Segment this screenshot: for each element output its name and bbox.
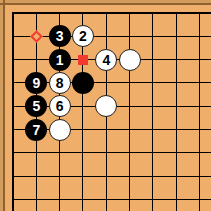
- red-diamond-marker-icon: [30, 30, 43, 43]
- intersection: [71, 188, 94, 211]
- move-number: 1: [56, 53, 64, 67]
- intersection: [188, 141, 211, 164]
- intersection: [71, 118, 94, 141]
- intersection: [1, 165, 24, 188]
- intersection: [118, 25, 141, 48]
- intersection: [1, 188, 24, 211]
- intersection: [188, 48, 211, 71]
- intersection: [188, 188, 211, 211]
- white-stone-6: 6: [49, 95, 71, 117]
- intersection: [165, 165, 188, 188]
- intersection: [48, 118, 71, 141]
- intersection: [118, 118, 141, 141]
- intersection: [141, 95, 164, 118]
- intersection: [1, 118, 24, 141]
- intersection: [95, 188, 118, 211]
- intersection: [188, 95, 211, 118]
- intersection: [165, 48, 188, 71]
- move-number: 2: [79, 29, 87, 43]
- intersection: [141, 25, 164, 48]
- intersection: [25, 1, 48, 24]
- intersection: [141, 141, 164, 164]
- intersection: [141, 48, 164, 71]
- intersection: [165, 141, 188, 164]
- intersection: [118, 188, 141, 211]
- intersection: [141, 165, 164, 188]
- intersection: [95, 71, 118, 94]
- intersection: [95, 165, 118, 188]
- intersection: 7: [25, 118, 48, 141]
- white-stone-2: 2: [72, 25, 94, 47]
- intersection: 4: [95, 48, 118, 71]
- move-number: 4: [102, 53, 110, 67]
- black-stone-9: 9: [25, 72, 47, 94]
- intersection: 2: [71, 25, 94, 48]
- intersection: [165, 188, 188, 211]
- intersection: [25, 48, 48, 71]
- intersection: [118, 1, 141, 24]
- red-square-marker-icon: [78, 55, 88, 65]
- black-stone-5: 5: [25, 95, 47, 117]
- intersection: [95, 95, 118, 118]
- intersection: [71, 165, 94, 188]
- intersection: [48, 141, 71, 164]
- intersection: [95, 25, 118, 48]
- black-stone-3: 3: [49, 25, 71, 47]
- intersection: [25, 25, 48, 48]
- intersection: [141, 71, 164, 94]
- intersection: [25, 165, 48, 188]
- move-number: 6: [56, 99, 64, 113]
- white-stone-8: 8: [49, 72, 71, 94]
- intersection: [48, 188, 71, 211]
- white-stone: [49, 119, 71, 141]
- intersection: [141, 188, 164, 211]
- intersection: 1: [48, 48, 71, 71]
- intersection: [118, 95, 141, 118]
- intersection: [188, 165, 211, 188]
- intersection: [118, 48, 141, 71]
- intersection: [48, 165, 71, 188]
- intersection: [188, 25, 211, 48]
- intersection: [118, 141, 141, 164]
- intersection: [165, 118, 188, 141]
- intersection: [71, 71, 94, 94]
- intersection: [141, 1, 164, 24]
- board-grid: 321498567: [1, 1, 211, 211]
- intersection: [25, 188, 48, 211]
- intersection: [141, 118, 164, 141]
- intersection: [71, 141, 94, 164]
- intersection: [1, 1, 24, 24]
- intersection: [188, 1, 211, 24]
- intersection: [71, 95, 94, 118]
- intersection: [1, 25, 24, 48]
- black-stone: [72, 72, 94, 94]
- move-number: 9: [32, 76, 40, 90]
- intersection: [165, 95, 188, 118]
- intersection: [1, 71, 24, 94]
- black-stone-1: 1: [49, 49, 71, 71]
- intersection: [25, 141, 48, 164]
- intersection: [165, 1, 188, 24]
- intersection: [165, 71, 188, 94]
- white-stone: [95, 95, 117, 117]
- intersection: [95, 141, 118, 164]
- intersection: 6: [48, 95, 71, 118]
- intersection: [118, 165, 141, 188]
- move-number: 7: [32, 123, 40, 137]
- intersection: 5: [25, 95, 48, 118]
- white-stone-4: 4: [95, 49, 117, 71]
- intersection: [188, 71, 211, 94]
- intersection: [165, 25, 188, 48]
- black-stone-7: 7: [25, 119, 47, 141]
- intersection: [95, 118, 118, 141]
- intersection: 3: [48, 25, 71, 48]
- intersection: [1, 48, 24, 71]
- move-number: 8: [56, 76, 64, 90]
- move-number: 5: [32, 99, 40, 113]
- intersection: [1, 141, 24, 164]
- intersection: 8: [48, 71, 71, 94]
- intersection: 9: [25, 71, 48, 94]
- go-board-diagram: 321498567: [0, 0, 211, 211]
- intersection: [1, 95, 24, 118]
- intersection: [188, 118, 211, 141]
- intersection: [118, 71, 141, 94]
- intersection: [71, 1, 94, 24]
- intersection: [71, 48, 94, 71]
- intersection: [95, 1, 118, 24]
- intersection: [48, 1, 71, 24]
- white-stone: [119, 49, 141, 71]
- move-number: 3: [56, 29, 64, 43]
